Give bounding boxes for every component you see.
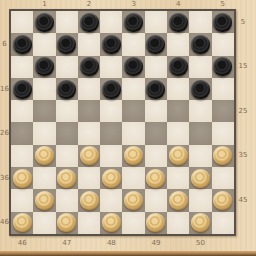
light-square (33, 33, 55, 55)
dark-square[interactable] (56, 122, 78, 144)
dark-square[interactable] (167, 11, 189, 33)
light-square (100, 189, 122, 211)
white-man[interactable] (146, 213, 165, 232)
black-man[interactable] (213, 57, 232, 76)
light-square (167, 167, 189, 189)
light-square (11, 56, 33, 78)
light-square (189, 145, 211, 167)
white-man[interactable] (35, 146, 54, 165)
black-man[interactable] (80, 13, 99, 32)
light-square (212, 78, 234, 100)
light-square (122, 33, 144, 55)
white-man[interactable] (213, 146, 232, 165)
left-coordinate: 46 (0, 212, 9, 234)
dark-square[interactable] (100, 122, 122, 144)
light-square (167, 33, 189, 55)
light-square (145, 189, 167, 211)
top-coordinate: 2 (78, 0, 100, 9)
dark-square[interactable] (11, 33, 33, 55)
black-man[interactable] (169, 13, 188, 32)
black-man[interactable] (13, 80, 32, 99)
dark-square[interactable] (167, 145, 189, 167)
dark-square[interactable] (167, 189, 189, 211)
dark-square[interactable] (122, 11, 144, 33)
dark-square[interactable] (122, 189, 144, 211)
light-square (33, 122, 55, 144)
light-square (189, 189, 211, 211)
light-square (122, 212, 144, 234)
dark-square[interactable] (212, 11, 234, 33)
black-man[interactable] (13, 35, 32, 54)
light-square (167, 212, 189, 234)
dark-square[interactable] (33, 11, 55, 33)
dark-square[interactable] (11, 212, 33, 234)
top-coordinate: 5 (212, 0, 234, 9)
light-square (11, 145, 33, 167)
light-square (212, 33, 234, 55)
dark-square[interactable] (78, 100, 100, 122)
draughts-board (9, 9, 236, 236)
dark-square[interactable] (33, 189, 55, 211)
white-man[interactable] (80, 146, 99, 165)
dark-square[interactable] (212, 56, 234, 78)
black-man[interactable] (191, 80, 210, 99)
light-square (189, 56, 211, 78)
left-coordinate: 36 (0, 167, 9, 189)
white-man[interactable] (35, 191, 54, 210)
light-square (100, 145, 122, 167)
black-man[interactable] (80, 57, 99, 76)
dark-square[interactable] (100, 78, 122, 100)
dark-square[interactable] (56, 78, 78, 100)
dark-square[interactable] (100, 33, 122, 55)
black-man[interactable] (102, 80, 121, 99)
dark-square[interactable] (100, 212, 122, 234)
board-grid (11, 11, 234, 234)
light-square (167, 122, 189, 144)
light-square (33, 167, 55, 189)
light-square (33, 212, 55, 234)
white-man[interactable] (169, 146, 188, 165)
dark-square[interactable] (11, 167, 33, 189)
dark-square[interactable] (100, 167, 122, 189)
light-square (212, 212, 234, 234)
dark-square[interactable] (167, 56, 189, 78)
white-man[interactable] (57, 169, 76, 188)
white-man[interactable] (191, 169, 210, 188)
left-coordinate: 6 (0, 33, 9, 55)
black-man[interactable] (35, 13, 54, 32)
light-square (78, 212, 100, 234)
dark-square[interactable] (189, 33, 211, 55)
dark-square[interactable] (78, 189, 100, 211)
dark-square[interactable] (212, 189, 234, 211)
white-man[interactable] (124, 191, 143, 210)
white-man[interactable] (57, 213, 76, 232)
dark-square[interactable] (122, 145, 144, 167)
right-coordinate: 35 (235, 145, 251, 167)
top-coordinate: 4 (167, 0, 189, 9)
dark-square[interactable] (122, 100, 144, 122)
dark-square[interactable] (78, 145, 100, 167)
dark-square[interactable] (189, 212, 211, 234)
dark-square[interactable] (78, 11, 100, 33)
light-square (145, 56, 167, 78)
light-square (11, 11, 33, 33)
dark-square[interactable] (33, 56, 55, 78)
white-man[interactable] (102, 169, 121, 188)
dark-square[interactable] (33, 145, 55, 167)
light-square (145, 145, 167, 167)
black-man[interactable] (169, 57, 188, 76)
light-square (56, 56, 78, 78)
black-man[interactable] (124, 13, 143, 32)
bottom-coordinate: 48 (100, 237, 122, 250)
dark-square[interactable] (56, 212, 78, 234)
dark-square[interactable] (56, 167, 78, 189)
light-square (189, 100, 211, 122)
light-square (11, 189, 33, 211)
white-man[interactable] (213, 191, 232, 210)
light-square (212, 122, 234, 144)
black-man[interactable] (146, 35, 165, 54)
light-square (56, 145, 78, 167)
black-man[interactable] (213, 13, 232, 32)
dark-square[interactable] (189, 78, 211, 100)
black-man[interactable] (146, 80, 165, 99)
light-square (122, 122, 144, 144)
light-square (122, 167, 144, 189)
dark-square[interactable] (189, 122, 211, 144)
light-square (78, 78, 100, 100)
light-square (122, 78, 144, 100)
left-coordinate: 26 (0, 123, 9, 145)
light-square (11, 100, 33, 122)
black-man[interactable] (191, 35, 210, 54)
dark-square[interactable] (212, 100, 234, 122)
dark-square[interactable] (56, 33, 78, 55)
light-square (100, 100, 122, 122)
light-square (145, 11, 167, 33)
bottom-coordinate: 46 (11, 237, 33, 250)
dark-square[interactable] (167, 100, 189, 122)
light-square (78, 33, 100, 55)
light-square (78, 122, 100, 144)
light-square (33, 78, 55, 100)
light-square (56, 100, 78, 122)
black-man[interactable] (57, 35, 76, 54)
frame-bottom-edge (0, 251, 256, 256)
dark-square[interactable] (33, 100, 55, 122)
light-square (167, 78, 189, 100)
top-coordinate: 3 (123, 0, 145, 9)
white-man[interactable] (191, 213, 210, 232)
bottom-coordinate: 50 (189, 237, 211, 250)
light-square (100, 56, 122, 78)
light-square (56, 11, 78, 33)
bottom-coordinate: 47 (56, 237, 78, 250)
white-man[interactable] (13, 169, 32, 188)
light-square (189, 11, 211, 33)
right-coordinate: 45 (235, 189, 251, 211)
white-man[interactable] (124, 146, 143, 165)
dark-square[interactable] (189, 167, 211, 189)
dark-square[interactable] (78, 56, 100, 78)
bottom-coordinate: 49 (145, 237, 167, 250)
white-man[interactable] (80, 191, 99, 210)
light-square (78, 167, 100, 189)
light-square (212, 167, 234, 189)
right-coordinate: 15 (235, 56, 251, 78)
dark-square[interactable] (145, 122, 167, 144)
top-coordinate: 1 (33, 0, 55, 9)
dark-square[interactable] (145, 212, 167, 234)
left-coordinate: 16 (0, 78, 9, 100)
light-square (100, 11, 122, 33)
white-man[interactable] (102, 213, 121, 232)
dark-square[interactable] (122, 56, 144, 78)
white-man[interactable] (146, 169, 165, 188)
white-man[interactable] (169, 191, 188, 210)
white-man[interactable] (13, 213, 32, 232)
right-coordinate: 5 (235, 11, 251, 33)
light-square (56, 189, 78, 211)
dark-square[interactable] (11, 122, 33, 144)
dark-square[interactable] (145, 33, 167, 55)
black-man[interactable] (57, 80, 76, 99)
right-coordinate: 25 (235, 100, 251, 122)
black-man[interactable] (124, 57, 143, 76)
dark-square[interactable] (145, 167, 167, 189)
light-square (145, 100, 167, 122)
dark-square[interactable] (11, 78, 33, 100)
board-frame: 123454647484950616263646515253545 (0, 0, 256, 256)
dark-square[interactable] (145, 78, 167, 100)
black-man[interactable] (35, 57, 54, 76)
black-man[interactable] (102, 35, 121, 54)
dark-square[interactable] (212, 145, 234, 167)
